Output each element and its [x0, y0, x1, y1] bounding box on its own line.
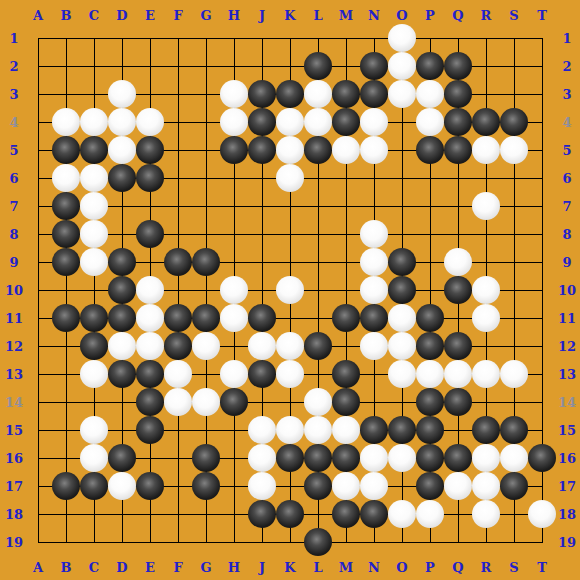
stone-white-J12[interactable] [248, 332, 276, 360]
row-label-left-6: 6 [0, 164, 28, 192]
stone-black-E5[interactable] [136, 136, 164, 164]
row-label-left-19: 19 [0, 528, 28, 556]
row-label-right-10: 10 [553, 276, 580, 304]
stone-white-G14[interactable] [192, 388, 220, 416]
stone-white-C15[interactable] [80, 416, 108, 444]
stone-white-N4[interactable] [360, 108, 388, 136]
stone-black-C17[interactable] [80, 472, 108, 500]
stone-white-D5[interactable] [108, 136, 136, 164]
col-label-top-H: H [220, 1, 248, 29]
stone-white-O13[interactable] [388, 360, 416, 388]
stone-white-K6[interactable] [276, 164, 304, 192]
row-label-right-5: 5 [553, 136, 580, 164]
stone-black-H14[interactable] [220, 388, 248, 416]
row-label-left-17: 17 [0, 472, 28, 500]
stone-black-O10[interactable] [388, 276, 416, 304]
stone-black-S4[interactable] [500, 108, 528, 136]
stone-black-Q16[interactable] [444, 444, 472, 472]
stone-black-J18[interactable] [248, 500, 276, 528]
stone-black-G9[interactable] [192, 248, 220, 276]
col-label-top-Q: Q [444, 1, 472, 29]
stone-white-O3[interactable] [388, 80, 416, 108]
stone-white-N9[interactable] [360, 248, 388, 276]
col-label-bottom-N: N [360, 553, 388, 580]
col-label-bottom-C: C [80, 553, 108, 580]
stone-white-H4[interactable] [220, 108, 248, 136]
row-label-right-7: 7 [553, 192, 580, 220]
col-label-top-E: E [136, 1, 164, 29]
stone-black-L19[interactable] [304, 528, 332, 556]
stone-black-G16[interactable] [192, 444, 220, 472]
stone-white-S16[interactable] [500, 444, 528, 472]
stone-black-P15[interactable] [416, 416, 444, 444]
row-label-left-18: 18 [0, 500, 28, 528]
stone-black-L2[interactable] [304, 52, 332, 80]
stone-black-B5[interactable] [52, 136, 80, 164]
stone-white-N8[interactable] [360, 220, 388, 248]
stone-black-L5[interactable] [304, 136, 332, 164]
stone-black-P2[interactable] [416, 52, 444, 80]
stone-black-B11[interactable] [52, 304, 80, 332]
row-label-right-11: 11 [553, 304, 580, 332]
stone-white-B6[interactable] [52, 164, 80, 192]
col-label-top-S: S [500, 1, 528, 29]
stone-white-O11[interactable] [388, 304, 416, 332]
stone-white-K15[interactable] [276, 416, 304, 444]
stone-black-D6[interactable] [108, 164, 136, 192]
stone-white-R10[interactable] [472, 276, 500, 304]
stone-white-E12[interactable] [136, 332, 164, 360]
stone-black-J4[interactable] [248, 108, 276, 136]
stone-black-S17[interactable] [500, 472, 528, 500]
stone-white-M15[interactable] [332, 416, 360, 444]
stone-white-C16[interactable] [80, 444, 108, 472]
row-label-left-9: 9 [0, 248, 28, 276]
stone-black-E6[interactable] [136, 164, 164, 192]
stone-black-P16[interactable] [416, 444, 444, 472]
col-label-bottom-E: E [136, 553, 164, 580]
stone-black-E17[interactable] [136, 472, 164, 500]
col-label-top-L: L [304, 1, 332, 29]
row-label-right-3: 3 [553, 80, 580, 108]
col-label-bottom-G: G [192, 553, 220, 580]
col-label-top-F: F [164, 1, 192, 29]
stone-black-M4[interactable] [332, 108, 360, 136]
stone-black-R15[interactable] [472, 416, 500, 444]
stone-white-C8[interactable] [80, 220, 108, 248]
stone-white-D4[interactable] [108, 108, 136, 136]
stone-white-C7[interactable] [80, 192, 108, 220]
stone-black-Q14[interactable] [444, 388, 472, 416]
col-label-bottom-F: F [164, 553, 192, 580]
row-label-left-3: 3 [0, 80, 28, 108]
stone-white-E11[interactable] [136, 304, 164, 332]
stone-white-J15[interactable] [248, 416, 276, 444]
stone-black-J13[interactable] [248, 360, 276, 388]
stone-black-N3[interactable] [360, 80, 388, 108]
stone-white-H11[interactable] [220, 304, 248, 332]
stone-white-N16[interactable] [360, 444, 388, 472]
stone-white-P13[interactable] [416, 360, 444, 388]
row-label-right-14: 14 [553, 388, 580, 416]
col-label-top-K: K [276, 1, 304, 29]
stone-black-K16[interactable] [276, 444, 304, 472]
stone-white-H3[interactable] [220, 80, 248, 108]
col-label-bottom-R: R [472, 553, 500, 580]
stone-white-Q9[interactable] [444, 248, 472, 276]
stone-black-M14[interactable] [332, 388, 360, 416]
row-label-left-11: 11 [0, 304, 28, 332]
stone-black-M11[interactable] [332, 304, 360, 332]
stone-black-C5[interactable] [80, 136, 108, 164]
col-label-bottom-T: T [528, 553, 556, 580]
col-label-bottom-S: S [500, 553, 528, 580]
row-label-left-16: 16 [0, 444, 28, 472]
row-label-left-7: 7 [0, 192, 28, 220]
row-label-right-2: 2 [553, 52, 580, 80]
col-label-bottom-Q: Q [444, 553, 472, 580]
row-label-right-16: 16 [553, 444, 580, 472]
col-label-top-C: C [80, 1, 108, 29]
stone-black-P11[interactable] [416, 304, 444, 332]
row-label-right-12: 12 [553, 332, 580, 360]
stone-black-D16[interactable] [108, 444, 136, 472]
stone-white-O18[interactable] [388, 500, 416, 528]
stone-black-C11[interactable] [80, 304, 108, 332]
stone-black-P12[interactable] [416, 332, 444, 360]
stone-white-J16[interactable] [248, 444, 276, 472]
col-label-top-G: G [192, 1, 220, 29]
stone-black-B7[interactable] [52, 192, 80, 220]
stone-black-N18[interactable] [360, 500, 388, 528]
stone-white-L3[interactable] [304, 80, 332, 108]
stone-black-Q4[interactable] [444, 108, 472, 136]
stone-white-S13[interactable] [500, 360, 528, 388]
stone-white-C6[interactable] [80, 164, 108, 192]
stone-white-C13[interactable] [80, 360, 108, 388]
stone-black-E15[interactable] [136, 416, 164, 444]
grid-line-horizontal [38, 542, 543, 543]
stone-black-D11[interactable] [108, 304, 136, 332]
stone-black-F12[interactable] [164, 332, 192, 360]
stone-black-H5[interactable] [220, 136, 248, 164]
col-label-bottom-D: D [108, 553, 136, 580]
stone-black-K18[interactable] [276, 500, 304, 528]
stone-black-E13[interactable] [136, 360, 164, 388]
row-label-right-13: 13 [553, 360, 580, 388]
stone-white-H13[interactable] [220, 360, 248, 388]
stone-black-L12[interactable] [304, 332, 332, 360]
stone-white-R16[interactable] [472, 444, 500, 472]
row-label-right-17: 17 [553, 472, 580, 500]
stone-white-O2[interactable] [388, 52, 416, 80]
row-label-left-10: 10 [0, 276, 28, 304]
stone-white-F13[interactable] [164, 360, 192, 388]
row-label-right-15: 15 [553, 416, 580, 444]
stone-white-C4[interactable] [80, 108, 108, 136]
stone-black-C12[interactable] [80, 332, 108, 360]
stone-black-J5[interactable] [248, 136, 276, 164]
stone-black-P5[interactable] [416, 136, 444, 164]
stone-white-K12[interactable] [276, 332, 304, 360]
col-label-top-T: T [528, 1, 556, 29]
row-label-right-18: 18 [553, 500, 580, 528]
col-label-bottom-M: M [332, 553, 360, 580]
stone-black-D13[interactable] [108, 360, 136, 388]
stone-black-Q10[interactable] [444, 276, 472, 304]
row-label-right-6: 6 [553, 164, 580, 192]
col-label-top-A: A [24, 1, 52, 29]
col-label-bottom-O: O [388, 553, 416, 580]
col-label-top-D: D [108, 1, 136, 29]
stone-black-N11[interactable] [360, 304, 388, 332]
stone-white-N12[interactable] [360, 332, 388, 360]
stone-white-L4[interactable] [304, 108, 332, 136]
stone-white-F14[interactable] [164, 388, 192, 416]
stone-white-O12[interactable] [388, 332, 416, 360]
row-label-right-4: 4 [553, 108, 580, 136]
stone-white-E4[interactable] [136, 108, 164, 136]
stone-black-O9[interactable] [388, 248, 416, 276]
stone-black-K3[interactable] [276, 80, 304, 108]
col-label-bottom-J: J [248, 553, 276, 580]
stone-black-G11[interactable] [192, 304, 220, 332]
stone-white-P3[interactable] [416, 80, 444, 108]
stone-black-J3[interactable] [248, 80, 276, 108]
stone-black-Q3[interactable] [444, 80, 472, 108]
stone-black-F11[interactable] [164, 304, 192, 332]
stone-white-O1[interactable] [388, 24, 416, 52]
col-label-top-B: B [52, 1, 80, 29]
stone-black-J11[interactable] [248, 304, 276, 332]
stone-black-Q2[interactable] [444, 52, 472, 80]
stone-white-S5[interactable] [500, 136, 528, 164]
stone-white-O16[interactable] [388, 444, 416, 472]
stone-white-R5[interactable] [472, 136, 500, 164]
row-label-left-12: 12 [0, 332, 28, 360]
stone-white-R11[interactable] [472, 304, 500, 332]
stone-white-G12[interactable] [192, 332, 220, 360]
stone-white-C9[interactable] [80, 248, 108, 276]
stone-white-N10[interactable] [360, 276, 388, 304]
stone-white-D12[interactable] [108, 332, 136, 360]
col-label-bottom-K: K [276, 553, 304, 580]
col-label-top-M: M [332, 1, 360, 29]
stone-white-P18[interactable] [416, 500, 444, 528]
stone-black-B9[interactable] [52, 248, 80, 276]
row-label-left-5: 5 [0, 136, 28, 164]
stone-white-Q17[interactable] [444, 472, 472, 500]
stone-white-K4[interactable] [276, 108, 304, 136]
row-label-right-8: 8 [553, 220, 580, 248]
stone-black-M16[interactable] [332, 444, 360, 472]
col-label-bottom-L: L [304, 553, 332, 580]
stone-white-D17[interactable] [108, 472, 136, 500]
stone-white-M5[interactable] [332, 136, 360, 164]
stone-black-R4[interactable] [472, 108, 500, 136]
stone-white-K5[interactable] [276, 136, 304, 164]
stone-black-D10[interactable] [108, 276, 136, 304]
row-label-left-2: 2 [0, 52, 28, 80]
stone-white-R7[interactable] [472, 192, 500, 220]
stone-white-N17[interactable] [360, 472, 388, 500]
row-label-left-14: 14 [0, 388, 28, 416]
stone-black-Q12[interactable] [444, 332, 472, 360]
row-label-right-19: 19 [553, 528, 580, 556]
stone-black-M3[interactable] [332, 80, 360, 108]
stone-black-S15[interactable] [500, 416, 528, 444]
stone-white-K10[interactable] [276, 276, 304, 304]
stone-black-N2[interactable] [360, 52, 388, 80]
col-label-top-P: P [416, 1, 444, 29]
stone-white-L14[interactable] [304, 388, 332, 416]
stone-black-L17[interactable] [304, 472, 332, 500]
stone-white-R17[interactable] [472, 472, 500, 500]
row-label-right-1: 1 [553, 24, 580, 52]
stone-white-K13[interactable] [276, 360, 304, 388]
stone-white-M17[interactable] [332, 472, 360, 500]
row-label-left-8: 8 [0, 220, 28, 248]
col-label-bottom-P: P [416, 553, 444, 580]
stone-white-J17[interactable] [248, 472, 276, 500]
row-label-left-15: 15 [0, 416, 28, 444]
stone-white-R18[interactable] [472, 500, 500, 528]
go-board[interactable]: AABBCCDDEEFFGGHHJJKKLLMMNNOOPPQQRRSSTT11… [0, 0, 580, 580]
stone-black-P17[interactable] [416, 472, 444, 500]
stone-black-M13[interactable] [332, 360, 360, 388]
stone-white-R13[interactable] [472, 360, 500, 388]
col-label-bottom-H: H [220, 553, 248, 580]
row-label-left-13: 13 [0, 360, 28, 388]
stone-black-F9[interactable] [164, 248, 192, 276]
col-label-bottom-B: B [52, 553, 80, 580]
stone-white-H10[interactable] [220, 276, 248, 304]
stone-white-L15[interactable] [304, 416, 332, 444]
stone-black-D9[interactable] [108, 248, 136, 276]
stone-black-B8[interactable] [52, 220, 80, 248]
stone-white-N5[interactable] [360, 136, 388, 164]
stone-white-E10[interactable] [136, 276, 164, 304]
col-label-top-R: R [472, 1, 500, 29]
stone-black-G17[interactable] [192, 472, 220, 500]
row-label-left-4: 4 [0, 108, 28, 136]
stone-black-L16[interactable] [304, 444, 332, 472]
stone-black-N15[interactable] [360, 416, 388, 444]
stone-white-D3[interactable] [108, 80, 136, 108]
stone-black-O15[interactable] [388, 416, 416, 444]
stone-white-B4[interactable] [52, 108, 80, 136]
stone-black-B17[interactable] [52, 472, 80, 500]
col-label-top-J: J [248, 1, 276, 29]
col-label-bottom-A: A [24, 553, 52, 580]
stone-white-T18[interactable] [528, 500, 556, 528]
stone-black-E14[interactable] [136, 388, 164, 416]
stone-white-P4[interactable] [416, 108, 444, 136]
stone-white-Q13[interactable] [444, 360, 472, 388]
stone-black-T16[interactable] [528, 444, 556, 472]
row-label-right-9: 9 [553, 248, 580, 276]
col-label-top-N: N [360, 1, 388, 29]
stone-black-E8[interactable] [136, 220, 164, 248]
row-label-left-1: 1 [0, 24, 28, 52]
stone-black-P14[interactable] [416, 388, 444, 416]
stone-black-M18[interactable] [332, 500, 360, 528]
stone-black-Q5[interactable] [444, 136, 472, 164]
